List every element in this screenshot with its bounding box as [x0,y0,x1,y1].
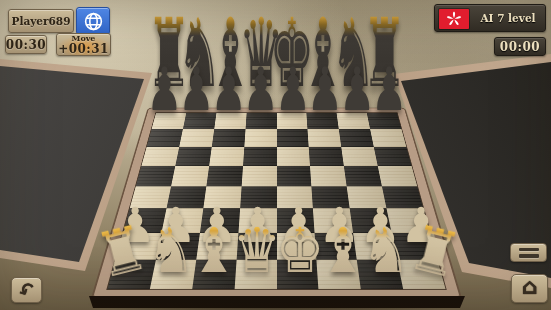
move-label: Move [72,34,96,42]
white-player-name-panel: Player689 [8,9,74,33]
piece-white-bishop-c1[interactable]: ♝ [190,227,238,277]
piece-black-pawn-b7[interactable]: ♟ [179,65,215,113]
piece-black-pawn-f7[interactable]: ♟ [307,65,343,113]
piece-black-pawn-a7[interactable]: ♟ [146,65,182,113]
home-button[interactable]: ⌂ [511,274,548,303]
piece-black-pawn-e7[interactable]: ♟ [275,65,311,113]
black-clock-value: 00:00 [500,40,540,54]
piece-white-queen-d1[interactable]: ♛ [233,227,281,277]
white-clock: 00:30 [5,35,47,54]
piece-black-pawn-g7[interactable]: ♟ [339,65,375,113]
piece-black-pawn-d7[interactable]: ♟ [243,65,279,113]
piece-white-knight-b1[interactable]: ♞ [147,227,195,277]
globe-icon [83,11,104,32]
undo-button[interactable]: ↶ [11,277,42,303]
menu-button[interactable] [510,243,547,262]
piece-black-pawn-h7[interactable]: ♟ [371,65,407,113]
piece-white-rook-h1[interactable]: ♜ [405,222,464,282]
menu-icon [519,248,539,252]
white-clock-value: 00:30 [6,38,46,52]
online-globe-button[interactable] [76,7,110,35]
black-player-name-panel: AI 7 level [434,4,546,32]
piece-white-knight-g1[interactable]: ♞ [362,227,410,277]
black-player-name: AI 7 level [471,12,545,24]
hong-kong-flag-icon [439,9,469,29]
home-icon: ⌂ [522,276,538,298]
game-scene: ♜♞♝♛♚♝♞♜♟♟♟♟♟♟♟♟♟♟♟♟♟♟♟♟♜♞♝♛♚♝♞♜ Player6… [0,0,551,310]
move-increment-value: +00:31 [58,43,108,55]
white-player-name: Player689 [12,15,71,27]
piece-white-bishop-f1[interactable]: ♝ [319,227,367,277]
piece-white-king-e1[interactable]: ♚ [276,227,324,277]
black-clock: 00:00 [494,37,546,56]
piece-black-pawn-c7[interactable]: ♟ [211,65,247,113]
undo-arrow-icon: ↶ [15,278,38,302]
move-increment-panel: Move +00:31 [56,33,111,56]
